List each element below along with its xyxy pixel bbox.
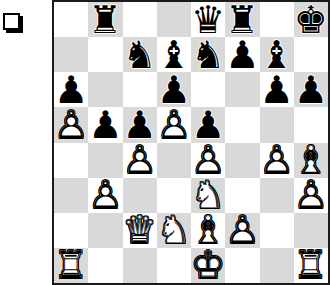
square-g6[interactable]: ♟ — [260, 72, 294, 107]
piece-outline-glyph: ♔ — [191, 248, 225, 283]
piece-outline-glyph: ♙ — [225, 213, 259, 248]
square-b7[interactable] — [88, 37, 122, 72]
white-pawn-piece[interactable]: ♟♙ — [157, 107, 191, 142]
square-e4[interactable]: ♟♙ — [191, 143, 225, 178]
piece-fill-glyph: ♞ — [123, 37, 157, 72]
square-h4[interactable]: ♝♗ — [294, 143, 328, 178]
piece-fill-glyph: ♟ — [225, 37, 259, 72]
piece-fill-glyph: ♝ — [260, 37, 294, 72]
white-king-piece[interactable]: ♚♔ — [191, 248, 225, 283]
square-a8[interactable] — [54, 2, 88, 37]
square-d5[interactable]: ♟♙ — [157, 107, 191, 142]
square-g4[interactable]: ♟♙ — [260, 143, 294, 178]
piece-outline-glyph: ♙ — [191, 143, 225, 178]
square-e5[interactable]: ♟ — [191, 107, 225, 142]
square-a2[interactable] — [54, 213, 88, 248]
square-a6[interactable]: ♟ — [54, 72, 88, 107]
black-knight-piece[interactable]: ♞ — [191, 37, 225, 72]
square-b5[interactable]: ♟ — [88, 107, 122, 142]
square-a5[interactable]: ♟♙ — [54, 107, 88, 142]
piece-fill-glyph: ♟ — [294, 178, 328, 213]
piece-fill-glyph: ♝ — [191, 213, 225, 248]
square-b4[interactable] — [88, 143, 122, 178]
white-bishop-piece[interactable]: ♝♗ — [191, 213, 225, 248]
piece-fill-glyph: ♟ — [157, 107, 191, 142]
piece-fill-glyph: ♝ — [294, 143, 328, 178]
piece-fill-glyph: ♛ — [123, 213, 157, 248]
white-rook-piece[interactable]: ♜♖ — [54, 248, 88, 283]
square-g7[interactable]: ♝ — [260, 37, 294, 72]
square-e7[interactable]: ♞ — [191, 37, 225, 72]
chess-diagram: ♜♛♜♚♞♝♞♟♝♟♟♟♟♟♙♟♟♟♙♟♟♙♟♙♟♙♝♗♟♙♞♘♟♙♛♕♞♘♝♗… — [0, 0, 330, 285]
square-f5[interactable] — [225, 107, 259, 142]
piece-fill-glyph: ♟ — [157, 72, 191, 107]
white-to-move-icon — [3, 13, 20, 30]
black-pawn-piece[interactable]: ♟ — [260, 72, 294, 107]
square-g5[interactable] — [260, 107, 294, 142]
square-h8[interactable]: ♚ — [294, 2, 328, 37]
square-f4[interactable] — [225, 143, 259, 178]
square-c2[interactable]: ♛♕ — [123, 213, 157, 248]
piece-fill-glyph: ♟ — [191, 107, 225, 142]
square-e2[interactable]: ♝♗ — [191, 213, 225, 248]
black-queen-piece[interactable]: ♛ — [191, 2, 225, 37]
square-f6[interactable] — [225, 72, 259, 107]
white-knight-piece[interactable]: ♞♘ — [157, 213, 191, 248]
square-d4[interactable] — [157, 143, 191, 178]
piece-fill-glyph: ♜ — [88, 2, 122, 37]
square-d8[interactable] — [157, 2, 191, 37]
black-rook-piece[interactable]: ♜ — [88, 2, 122, 37]
white-pawn-piece[interactable]: ♟♙ — [54, 107, 88, 142]
piece-fill-glyph: ♟ — [225, 213, 259, 248]
chess-board: ♜♛♜♚♞♝♞♟♝♟♟♟♟♟♙♟♟♟♙♟♟♙♟♙♟♙♝♗♟♙♞♘♟♙♛♕♞♘♝♗… — [52, 0, 330, 285]
black-pawn-piece[interactable]: ♟ — [88, 107, 122, 142]
square-c7[interactable]: ♞ — [123, 37, 157, 72]
square-e8[interactable]: ♛ — [191, 2, 225, 37]
square-c8[interactable] — [123, 2, 157, 37]
piece-outline-glyph: ♖ — [294, 248, 328, 283]
piece-fill-glyph: ♟ — [54, 72, 88, 107]
piece-fill-glyph: ♚ — [191, 248, 225, 283]
piece-outline-glyph: ♗ — [294, 143, 328, 178]
white-pawn-piece[interactable]: ♟♙ — [294, 178, 328, 213]
piece-fill-glyph: ♟ — [260, 72, 294, 107]
piece-fill-glyph: ♜ — [294, 248, 328, 283]
piece-fill-glyph: ♞ — [157, 213, 191, 248]
white-knight-piece[interactable]: ♞♘ — [191, 178, 225, 213]
piece-outline-glyph: ♕ — [123, 213, 157, 248]
black-pawn-piece[interactable]: ♟ — [225, 37, 259, 72]
black-pawn-piece[interactable]: ♟ — [123, 107, 157, 142]
square-h5[interactable] — [294, 107, 328, 142]
piece-fill-glyph: ♜ — [225, 2, 259, 37]
square-h6[interactable]: ♟ — [294, 72, 328, 107]
square-f8[interactable]: ♜ — [225, 2, 259, 37]
black-bishop-piece[interactable]: ♝ — [260, 37, 294, 72]
square-h2[interactable] — [294, 213, 328, 248]
black-pawn-piece[interactable]: ♟ — [191, 107, 225, 142]
black-pawn-piece[interactable]: ♟ — [294, 72, 328, 107]
square-c6[interactable] — [123, 72, 157, 107]
square-b3[interactable]: ♟♙ — [88, 178, 122, 213]
piece-fill-glyph: ♟ — [123, 107, 157, 142]
piece-fill-glyph: ♟ — [88, 178, 122, 213]
white-bishop-piece[interactable]: ♝♗ — [294, 143, 328, 178]
square-d3[interactable] — [157, 178, 191, 213]
square-g2[interactable] — [260, 213, 294, 248]
square-b2[interactable] — [88, 213, 122, 248]
piece-fill-glyph: ♜ — [54, 248, 88, 283]
square-a7[interactable] — [54, 37, 88, 72]
black-pawn-piece[interactable]: ♟ — [54, 72, 88, 107]
piece-outline-glyph: ♗ — [191, 213, 225, 248]
piece-outline-glyph: ♘ — [191, 178, 225, 213]
piece-fill-glyph: ♟ — [294, 72, 328, 107]
white-pawn-piece[interactable]: ♟♙ — [225, 213, 259, 248]
piece-outline-glyph: ♖ — [54, 248, 88, 283]
piece-fill-glyph: ♝ — [157, 37, 191, 72]
white-pawn-piece[interactable]: ♟♙ — [123, 143, 157, 178]
square-f1[interactable] — [225, 248, 259, 283]
square-f2[interactable]: ♟♙ — [225, 213, 259, 248]
square-c1[interactable] — [123, 248, 157, 283]
white-pawn-piece[interactable]: ♟♙ — [88, 178, 122, 213]
square-e1[interactable]: ♚♔ — [191, 248, 225, 283]
square-e6[interactable] — [191, 72, 225, 107]
square-a3[interactable] — [54, 178, 88, 213]
piece-fill-glyph: ♟ — [88, 107, 122, 142]
white-queen-piece[interactable]: ♛♕ — [123, 213, 157, 248]
piece-fill-glyph: ♟ — [191, 143, 225, 178]
piece-fill-glyph: ♞ — [191, 178, 225, 213]
square-f7[interactable]: ♟ — [225, 37, 259, 72]
square-g3[interactable] — [260, 178, 294, 213]
square-d7[interactable]: ♝ — [157, 37, 191, 72]
square-a1[interactable]: ♜♖ — [54, 248, 88, 283]
piece-outline-glyph: ♙ — [260, 143, 294, 178]
piece-fill-glyph: ♛ — [191, 2, 225, 37]
piece-outline-glyph: ♙ — [123, 143, 157, 178]
square-h3[interactable]: ♟♙ — [294, 178, 328, 213]
piece-fill-glyph: ♚ — [294, 2, 328, 37]
black-bishop-piece[interactable]: ♝ — [157, 37, 191, 72]
square-b6[interactable] — [88, 72, 122, 107]
square-g1[interactable] — [260, 248, 294, 283]
piece-fill-glyph: ♟ — [54, 107, 88, 142]
white-rook-piece[interactable]: ♜♖ — [294, 248, 328, 283]
piece-fill-glyph: ♟ — [260, 143, 294, 178]
black-knight-piece[interactable]: ♞ — [123, 37, 157, 72]
square-b8[interactable]: ♜ — [88, 2, 122, 37]
square-h7[interactable] — [294, 37, 328, 72]
piece-outline-glyph: ♘ — [157, 213, 191, 248]
square-a4[interactable] — [54, 143, 88, 178]
square-c3[interactable] — [123, 178, 157, 213]
black-rook-piece[interactable]: ♜ — [225, 2, 259, 37]
piece-outline-glyph: ♙ — [157, 107, 191, 142]
black-king-piece[interactable]: ♚ — [294, 2, 328, 37]
square-f3[interactable] — [225, 178, 259, 213]
square-h1[interactable]: ♜♖ — [294, 248, 328, 283]
square-c4[interactable]: ♟♙ — [123, 143, 157, 178]
square-g8[interactable] — [260, 2, 294, 37]
piece-fill-glyph: ♟ — [123, 143, 157, 178]
square-d1[interactable] — [157, 248, 191, 283]
white-pawn-piece[interactable]: ♟♙ — [260, 143, 294, 178]
piece-outline-glyph: ♙ — [294, 178, 328, 213]
piece-fill-glyph: ♞ — [191, 37, 225, 72]
white-pawn-piece[interactable]: ♟♙ — [191, 143, 225, 178]
square-c5[interactable]: ♟ — [123, 107, 157, 142]
piece-outline-glyph: ♙ — [88, 178, 122, 213]
square-b1[interactable] — [88, 248, 122, 283]
square-d2[interactable]: ♞♘ — [157, 213, 191, 248]
black-pawn-piece[interactable]: ♟ — [157, 72, 191, 107]
piece-outline-glyph: ♙ — [54, 107, 88, 142]
square-d6[interactable]: ♟ — [157, 72, 191, 107]
square-e3[interactable]: ♞♘ — [191, 178, 225, 213]
